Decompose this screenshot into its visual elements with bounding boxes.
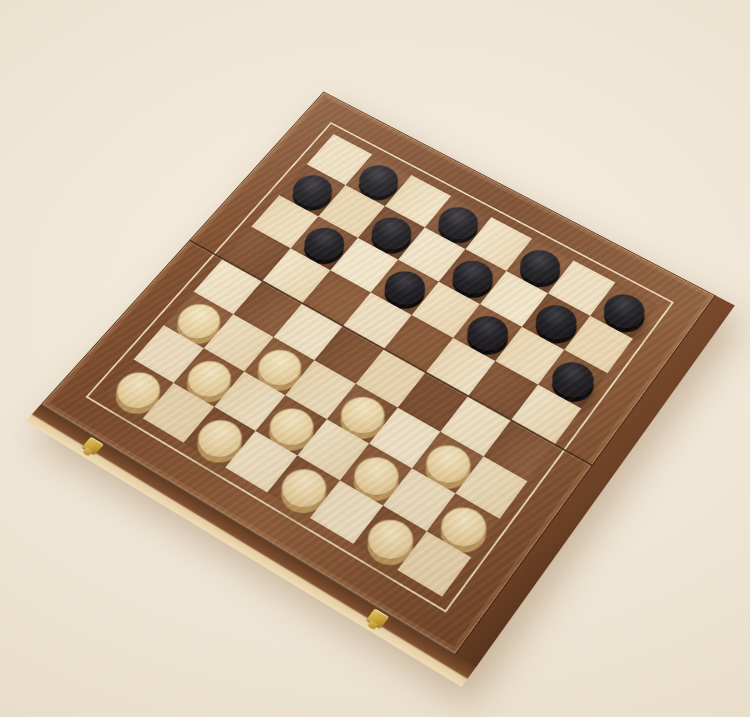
photo-background bbox=[0, 0, 750, 717]
brass-latch bbox=[366, 608, 389, 628]
brass-latch bbox=[82, 437, 104, 455]
board-top-face bbox=[41, 91, 716, 654]
